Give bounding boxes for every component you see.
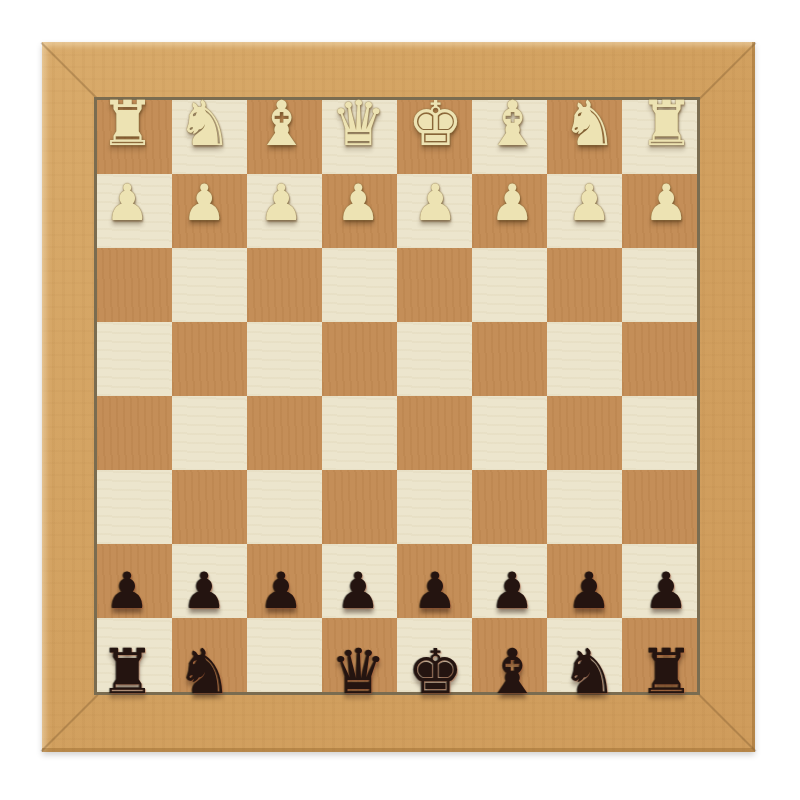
square-c7[interactable]: ♟ <box>247 174 322 248</box>
square-b8[interactable]: ♞ <box>172 100 247 174</box>
piece-light-pawn[interactable]: ♟ <box>336 178 381 228</box>
square-a7[interactable]: ♟ <box>97 174 172 248</box>
square-d5[interactable] <box>322 322 397 396</box>
square-d3[interactable] <box>322 470 397 544</box>
square-h2[interactable]: ♟ <box>622 544 697 618</box>
piece-light-pawn[interactable]: ♟ <box>644 178 689 228</box>
square-a6[interactable] <box>97 248 172 322</box>
square-f1[interactable]: ♝ <box>472 618 547 692</box>
square-e4[interactable] <box>397 396 472 470</box>
square-h1[interactable]: ♜ <box>622 618 697 692</box>
square-f3[interactable] <box>472 470 547 544</box>
piece-dark-king[interactable]: ♚ <box>408 641 464 703</box>
square-f4[interactable] <box>472 396 547 470</box>
piece-dark-pawn[interactable]: ♟ <box>105 566 150 616</box>
square-b1[interactable]: ♞ <box>172 618 247 692</box>
square-e7[interactable]: ♟ <box>397 174 472 248</box>
square-f2[interactable]: ♟ <box>472 544 547 618</box>
square-d7[interactable]: ♟ <box>322 174 397 248</box>
piece-light-knight[interactable]: ♞ <box>177 93 233 155</box>
square-c6[interactable] <box>247 248 322 322</box>
square-f5[interactable] <box>472 322 547 396</box>
chess-board: ♜♞♝♛♚♝♞♜♟♟♟♟♟♟♟♟♟♟♟♟♟♟♟♟♜♞♛♚♝♞♜ <box>42 42 755 752</box>
square-e2[interactable]: ♟ <box>397 544 472 618</box>
square-a8[interactable]: ♜ <box>97 100 172 174</box>
frame-mitre-joint <box>698 694 756 752</box>
square-b2[interactable]: ♟ <box>172 544 247 618</box>
square-a3[interactable] <box>97 470 172 544</box>
playing-area: ♜♞♝♛♚♝♞♜♟♟♟♟♟♟♟♟♟♟♟♟♟♟♟♟♜♞♛♚♝♞♜ <box>94 97 700 695</box>
square-h7[interactable]: ♟ <box>622 174 697 248</box>
piece-light-pawn[interactable]: ♟ <box>259 178 304 228</box>
piece-light-bishop[interactable]: ♝ <box>485 93 541 155</box>
square-h5[interactable] <box>622 322 697 396</box>
square-g4[interactable] <box>547 396 622 470</box>
square-a2[interactable]: ♟ <box>97 544 172 618</box>
piece-light-rook[interactable]: ♜ <box>639 93 695 155</box>
square-e5[interactable] <box>397 322 472 396</box>
piece-light-rook[interactable]: ♜ <box>100 93 156 155</box>
square-g5[interactable] <box>547 322 622 396</box>
piece-light-pawn[interactable]: ♟ <box>182 178 227 228</box>
square-g2[interactable]: ♟ <box>547 544 622 618</box>
piece-dark-pawn[interactable]: ♟ <box>413 566 458 616</box>
square-h8[interactable]: ♜ <box>622 100 697 174</box>
piece-dark-pawn[interactable]: ♟ <box>644 566 689 616</box>
square-g7[interactable]: ♟ <box>547 174 622 248</box>
square-h4[interactable] <box>622 396 697 470</box>
square-g3[interactable] <box>547 470 622 544</box>
square-e1[interactable]: ♚ <box>397 618 472 692</box>
square-b5[interactable] <box>172 322 247 396</box>
piece-dark-queen[interactable]: ♛ <box>331 641 387 703</box>
piece-dark-rook[interactable]: ♜ <box>639 641 695 703</box>
square-d4[interactable] <box>322 396 397 470</box>
square-d1[interactable]: ♛ <box>322 618 397 692</box>
frame-mitre-joint <box>41 42 99 100</box>
square-c1[interactable] <box>247 618 322 692</box>
square-g1[interactable]: ♞ <box>547 618 622 692</box>
piece-dark-pawn[interactable]: ♟ <box>182 566 227 616</box>
frame-mitre-joint <box>41 694 99 752</box>
square-a5[interactable] <box>97 322 172 396</box>
square-d8[interactable]: ♛ <box>322 100 397 174</box>
square-h3[interactable] <box>622 470 697 544</box>
piece-dark-pawn[interactable]: ♟ <box>336 566 381 616</box>
square-c3[interactable] <box>247 470 322 544</box>
piece-dark-bishop[interactable]: ♝ <box>485 641 541 703</box>
piece-light-pawn[interactable]: ♟ <box>567 178 612 228</box>
piece-dark-pawn[interactable]: ♟ <box>567 566 612 616</box>
piece-light-king[interactable]: ♚ <box>408 93 464 155</box>
square-a4[interactable] <box>97 396 172 470</box>
piece-light-pawn[interactable]: ♟ <box>105 178 150 228</box>
piece-dark-knight[interactable]: ♞ <box>177 641 233 703</box>
square-e3[interactable] <box>397 470 472 544</box>
frame-mitre-joint <box>698 42 756 100</box>
piece-dark-knight[interactable]: ♞ <box>562 641 618 703</box>
square-c5[interactable] <box>247 322 322 396</box>
square-c8[interactable]: ♝ <box>247 100 322 174</box>
square-g8[interactable]: ♞ <box>547 100 622 174</box>
piece-dark-pawn[interactable]: ♟ <box>259 566 304 616</box>
piece-light-pawn[interactable]: ♟ <box>413 178 458 228</box>
square-b4[interactable] <box>172 396 247 470</box>
piece-dark-pawn[interactable]: ♟ <box>490 566 535 616</box>
piece-light-bishop[interactable]: ♝ <box>254 93 310 155</box>
square-h6[interactable] <box>622 248 697 322</box>
piece-light-pawn[interactable]: ♟ <box>490 178 535 228</box>
square-f7[interactable]: ♟ <box>472 174 547 248</box>
square-b3[interactable] <box>172 470 247 544</box>
piece-light-knight[interactable]: ♞ <box>562 93 618 155</box>
square-c2[interactable]: ♟ <box>247 544 322 618</box>
square-e6[interactable] <box>397 248 472 322</box>
square-e8[interactable]: ♚ <box>397 100 472 174</box>
square-c4[interactable] <box>247 396 322 470</box>
square-f6[interactable] <box>472 248 547 322</box>
piece-light-queen[interactable]: ♛ <box>331 93 387 155</box>
square-b7[interactable]: ♟ <box>172 174 247 248</box>
square-b6[interactable] <box>172 248 247 322</box>
piece-dark-rook[interactable]: ♜ <box>100 641 156 703</box>
square-a1[interactable]: ♜ <box>97 618 172 692</box>
square-d2[interactable]: ♟ <box>322 544 397 618</box>
square-g6[interactable] <box>547 248 622 322</box>
square-d6[interactable] <box>322 248 397 322</box>
square-f8[interactable]: ♝ <box>472 100 547 174</box>
